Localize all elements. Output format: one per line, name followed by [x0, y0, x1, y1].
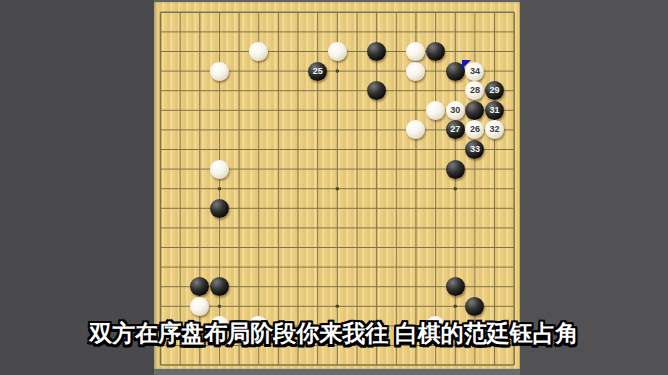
stone-white	[406, 62, 425, 81]
stone-black-25: 25	[308, 62, 327, 81]
stone-black	[426, 42, 445, 61]
stone-black	[446, 160, 465, 179]
stone-white	[426, 101, 445, 120]
stone-white-30: 30	[446, 101, 465, 120]
stone-black	[367, 42, 386, 61]
stone-white	[190, 297, 209, 316]
stone-white	[328, 42, 347, 61]
subtitle-caption: 双方在序盘布局阶段你来我往 白棋的范廷钰占角	[0, 318, 668, 349]
stone-black	[446, 277, 465, 296]
stone-black-31: 31	[485, 101, 504, 120]
go-board: 25342829303127263233	[154, 2, 520, 369]
last-move-marker-icon	[462, 60, 471, 69]
stone-black	[210, 199, 229, 218]
stone-white	[210, 160, 229, 179]
stone-black	[210, 277, 229, 296]
stone-white	[210, 62, 229, 81]
bottom-edge-strip	[154, 369, 520, 375]
